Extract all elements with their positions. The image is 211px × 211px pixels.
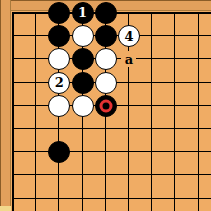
board-point[interactable] [48, 141, 71, 164]
board-point[interactable] [117, 141, 140, 164]
white-stone [95, 72, 117, 94]
black-stone [48, 141, 70, 163]
board-point[interactable] [1, 117, 24, 140]
white-stone [95, 48, 117, 70]
board-point[interactable] [141, 164, 164, 187]
board-point[interactable] [48, 1, 71, 24]
board-point[interactable] [94, 94, 117, 117]
board-point[interactable] [25, 164, 48, 187]
board-point[interactable] [71, 48, 94, 71]
black-stone [72, 72, 94, 94]
board-point[interactable] [141, 1, 164, 24]
board-point[interactable] [187, 25, 210, 48]
board-point[interactable] [187, 1, 210, 24]
board-point[interactable] [25, 25, 48, 48]
board-point[interactable] [25, 94, 48, 117]
board-point[interactable] [117, 94, 140, 117]
board-point[interactable] [48, 117, 71, 140]
board-point[interactable] [187, 94, 210, 117]
board-point[interactable] [94, 117, 117, 140]
board-point[interactable] [1, 164, 24, 187]
board-point[interactable] [141, 25, 164, 48]
go-corner-diagram: 14a2 [0, 0, 211, 211]
board-point[interactable] [1, 25, 24, 48]
board-point[interactable] [71, 117, 94, 140]
board-point[interactable] [94, 164, 117, 187]
board-point[interactable] [187, 48, 210, 71]
board-point[interactable] [164, 117, 187, 140]
board-point[interactable] [141, 48, 164, 71]
board-point[interactable] [187, 141, 210, 164]
black-stone [72, 48, 94, 70]
board-point[interactable]: 2 [48, 71, 71, 94]
board-point[interactable] [187, 187, 210, 210]
board-point[interactable] [117, 187, 140, 210]
go-board-grid: 14a2 [1, 1, 210, 210]
board-point[interactable] [48, 94, 71, 117]
board-point[interactable] [164, 25, 187, 48]
board-point[interactable] [25, 117, 48, 140]
board-point[interactable] [141, 71, 164, 94]
board-point[interactable] [1, 94, 24, 117]
board-point[interactable] [164, 164, 187, 187]
black-stone [48, 2, 70, 24]
board-point[interactable]: 4 [117, 25, 140, 48]
board-point[interactable] [164, 94, 187, 117]
board-point[interactable] [1, 48, 24, 71]
board-point[interactable] [48, 187, 71, 210]
board-point[interactable] [71, 187, 94, 210]
board-point[interactable] [164, 71, 187, 94]
board-point[interactable] [48, 48, 71, 71]
board-point[interactable] [71, 141, 94, 164]
board-point[interactable] [71, 25, 94, 48]
point-letter-label: a [121, 51, 136, 67]
board-point[interactable] [164, 141, 187, 164]
board-point[interactable]: 1 [71, 1, 94, 24]
white-stone [48, 48, 70, 70]
board-point[interactable] [1, 71, 24, 94]
board-point[interactable] [141, 141, 164, 164]
board-point[interactable] [71, 94, 94, 117]
board-point[interactable] [117, 164, 140, 187]
board-point[interactable]: a [117, 48, 140, 71]
board-point[interactable] [141, 117, 164, 140]
board-point[interactable] [71, 164, 94, 187]
black-stone [95, 25, 117, 47]
black-stone [95, 2, 117, 24]
board-point[interactable] [187, 164, 210, 187]
board-point[interactable] [164, 187, 187, 210]
board-point[interactable] [1, 187, 24, 210]
white-stone: 4 [118, 25, 140, 47]
board-point[interactable] [94, 141, 117, 164]
board-point[interactable] [94, 1, 117, 24]
board-point[interactable] [94, 25, 117, 48]
board-point[interactable] [25, 141, 48, 164]
board-point[interactable] [1, 141, 24, 164]
white-stone: 2 [48, 72, 70, 94]
board-point[interactable] [141, 187, 164, 210]
board-point[interactable] [25, 71, 48, 94]
board-point[interactable] [48, 25, 71, 48]
board-point[interactable] [117, 1, 140, 24]
board-point[interactable] [94, 48, 117, 71]
board-point[interactable] [94, 71, 117, 94]
white-stone [72, 25, 94, 47]
black-stone [95, 95, 117, 117]
board-point[interactable] [94, 187, 117, 210]
board-point[interactable] [25, 1, 48, 24]
board-point[interactable] [117, 71, 140, 94]
white-stone [48, 95, 70, 117]
board-point[interactable] [71, 71, 94, 94]
board-point[interactable] [1, 1, 24, 24]
board-point[interactable] [25, 187, 48, 210]
red-circle-marker-icon [99, 99, 112, 112]
black-stone [48, 25, 70, 47]
board-point[interactable] [187, 117, 210, 140]
board-point[interactable] [48, 164, 71, 187]
board-point[interactable] [164, 48, 187, 71]
black-stone: 1 [72, 2, 94, 24]
board-point[interactable] [187, 71, 210, 94]
board-point[interactable] [141, 94, 164, 117]
white-stone [72, 95, 94, 117]
board-point[interactable] [117, 117, 140, 140]
board-point[interactable] [164, 1, 187, 24]
board-point[interactable] [25, 48, 48, 71]
